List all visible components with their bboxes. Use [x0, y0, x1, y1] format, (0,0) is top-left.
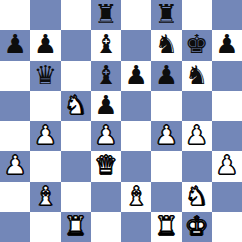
square-b6[interactable]: ♛: [30, 61, 60, 91]
square-c3[interactable]: [61, 151, 91, 181]
square-d2[interactable]: [91, 182, 121, 212]
white-pawn-piece: ♟: [185, 120, 208, 150]
chess-board: ♜♜♟♟♝♞♚♟♛♝♟♟♞♞♟♟♟♟♟♟♛♟♝♝♞♜♜♚: [0, 0, 242, 242]
square-h5[interactable]: [212, 91, 242, 121]
square-c2[interactable]: [61, 182, 91, 212]
square-h6[interactable]: [212, 61, 242, 91]
black-pawn-piece: ♟: [34, 29, 57, 59]
square-h8[interactable]: [212, 0, 242, 30]
square-c5[interactable]: ♞: [61, 91, 91, 121]
square-e8[interactable]: [121, 0, 151, 30]
square-g7[interactable]: ♚: [182, 30, 212, 60]
white-pawn-piece: ♟: [155, 120, 178, 150]
square-d1[interactable]: [91, 212, 121, 242]
square-c7[interactable]: [61, 30, 91, 60]
square-e4[interactable]: [121, 121, 151, 151]
square-f1[interactable]: ♜: [151, 212, 181, 242]
square-g2[interactable]: ♞: [182, 182, 212, 212]
white-pawn-piece: ♟: [94, 120, 117, 150]
square-g5[interactable]: [182, 91, 212, 121]
black-rook-piece: ♜: [155, 0, 178, 29]
square-f8[interactable]: ♜: [151, 0, 181, 30]
square-g8[interactable]: [182, 0, 212, 30]
square-a6[interactable]: [0, 61, 30, 91]
square-f6[interactable]: ♟: [151, 61, 181, 91]
black-pawn-piece: ♟: [3, 29, 26, 59]
square-d3[interactable]: ♛: [91, 151, 121, 181]
square-d8[interactable]: ♜: [91, 0, 121, 30]
black-bishop-piece: ♝: [94, 29, 117, 59]
chess-board-container: ♜♜♟♟♝♞♚♟♛♝♟♟♞♞♟♟♟♟♟♟♛♟♝♝♞♜♜♚: [0, 0, 242, 242]
square-h3[interactable]: ♟: [212, 151, 242, 181]
black-bishop-piece: ♝: [94, 60, 117, 90]
square-d4[interactable]: ♟: [91, 121, 121, 151]
square-g3[interactable]: [182, 151, 212, 181]
square-a4[interactable]: [0, 121, 30, 151]
black-queen-piece: ♛: [34, 60, 57, 90]
square-b7[interactable]: ♟: [30, 30, 60, 60]
square-d6[interactable]: ♝: [91, 61, 121, 91]
white-queen-piece: ♛: [94, 150, 117, 180]
black-pawn-piece: ♟: [155, 60, 178, 90]
square-c4[interactable]: [61, 121, 91, 151]
square-e5[interactable]: [121, 91, 151, 121]
square-a1[interactable]: [0, 212, 30, 242]
square-c6[interactable]: [61, 61, 91, 91]
white-knight-piece: ♞: [64, 90, 87, 120]
square-d7[interactable]: ♝: [91, 30, 121, 60]
square-a2[interactable]: [0, 182, 30, 212]
black-pawn-piece: ♟: [215, 29, 238, 59]
square-e1[interactable]: [121, 212, 151, 242]
square-f5[interactable]: [151, 91, 181, 121]
square-a3[interactable]: ♟: [0, 151, 30, 181]
black-knight-piece: ♞: [185, 60, 208, 90]
white-pawn-piece: ♟: [34, 120, 57, 150]
square-b4[interactable]: ♟: [30, 121, 60, 151]
square-a5[interactable]: [0, 91, 30, 121]
black-pawn-piece: ♟: [124, 60, 147, 90]
square-h4[interactable]: [212, 121, 242, 151]
square-e7[interactable]: [121, 30, 151, 60]
square-h1[interactable]: [212, 212, 242, 242]
square-h2[interactable]: [212, 182, 242, 212]
black-king-piece: ♚: [185, 29, 208, 59]
square-b3[interactable]: [30, 151, 60, 181]
square-f2[interactable]: [151, 182, 181, 212]
square-e6[interactable]: ♟: [121, 61, 151, 91]
black-pawn-piece: ♟: [94, 90, 117, 120]
black-rook-piece: ♜: [94, 0, 117, 29]
square-b1[interactable]: [30, 212, 60, 242]
square-a8[interactable]: [0, 0, 30, 30]
square-d5[interactable]: ♟: [91, 91, 121, 121]
square-b8[interactable]: [30, 0, 60, 30]
square-g4[interactable]: ♟: [182, 121, 212, 151]
white-bishop-piece: ♝: [124, 181, 147, 211]
square-e2[interactable]: ♝: [121, 182, 151, 212]
square-c1[interactable]: ♜: [61, 212, 91, 242]
white-bishop-piece: ♝: [34, 181, 57, 211]
white-rook-piece: ♜: [64, 211, 87, 241]
square-g1[interactable]: ♚: [182, 212, 212, 242]
square-h7[interactable]: ♟: [212, 30, 242, 60]
square-b5[interactable]: [30, 91, 60, 121]
square-b2[interactable]: ♝: [30, 182, 60, 212]
square-f3[interactable]: [151, 151, 181, 181]
square-c8[interactable]: [61, 0, 91, 30]
square-e3[interactable]: [121, 151, 151, 181]
black-knight-piece: ♞: [155, 29, 178, 59]
white-knight-piece: ♞: [185, 181, 208, 211]
white-king-piece: ♚: [185, 211, 208, 241]
square-g6[interactable]: ♞: [182, 61, 212, 91]
square-a7[interactable]: ♟: [0, 30, 30, 60]
white-pawn-piece: ♟: [3, 150, 26, 180]
square-f7[interactable]: ♞: [151, 30, 181, 60]
white-rook-piece: ♜: [155, 211, 178, 241]
white-pawn-piece: ♟: [215, 150, 238, 180]
square-f4[interactable]: ♟: [151, 121, 181, 151]
